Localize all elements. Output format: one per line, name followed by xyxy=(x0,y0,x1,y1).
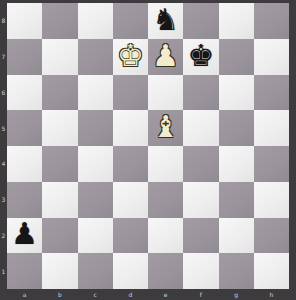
square-b5[interactable] xyxy=(42,110,77,146)
square-e6[interactable] xyxy=(148,75,183,111)
square-f4[interactable] xyxy=(183,146,218,182)
square-g7[interactable] xyxy=(219,39,254,75)
square-c2[interactable] xyxy=(78,218,113,254)
rank-label-3: 3 xyxy=(0,182,7,218)
square-f3[interactable] xyxy=(183,182,218,218)
square-e2[interactable] xyxy=(148,218,183,254)
square-c6[interactable] xyxy=(78,75,113,111)
square-f7[interactable]: ♚ xyxy=(183,39,218,75)
square-c4[interactable] xyxy=(78,146,113,182)
square-d2[interactable] xyxy=(113,218,148,254)
rank-label-2: 2 xyxy=(0,218,7,254)
square-g2[interactable] xyxy=(219,218,254,254)
piece-white-bishop[interactable]: ♝ xyxy=(152,112,179,142)
rank-label-6: 6 xyxy=(0,75,7,111)
square-a3[interactable] xyxy=(7,182,42,218)
square-d7[interactable]: ♚ xyxy=(113,39,148,75)
rank-label-7: 7 xyxy=(0,39,7,75)
square-h1[interactable] xyxy=(254,253,289,289)
file-label-e: e xyxy=(148,289,183,300)
square-g4[interactable] xyxy=(219,146,254,182)
rank-labels: 87654321 xyxy=(0,3,7,289)
square-a2[interactable]: ♟ xyxy=(7,218,42,254)
chess-board[interactable]: ♞♚♟♚♝♟ xyxy=(7,3,289,289)
square-h8[interactable] xyxy=(254,3,289,39)
square-f1[interactable] xyxy=(183,253,218,289)
square-d6[interactable] xyxy=(113,75,148,111)
square-b4[interactable] xyxy=(42,146,77,182)
square-g5[interactable] xyxy=(219,110,254,146)
rank-label-4: 4 xyxy=(0,146,7,182)
square-b6[interactable] xyxy=(42,75,77,111)
square-b1[interactable] xyxy=(42,253,77,289)
file-label-d: d xyxy=(113,289,148,300)
file-labels: abcdefgh xyxy=(7,289,289,300)
square-a6[interactable] xyxy=(7,75,42,111)
square-g8[interactable] xyxy=(219,3,254,39)
square-g3[interactable] xyxy=(219,182,254,218)
square-h5[interactable] xyxy=(254,110,289,146)
square-h4[interactable] xyxy=(254,146,289,182)
piece-black-pawn[interactable]: ♟ xyxy=(11,219,38,249)
square-h3[interactable] xyxy=(254,182,289,218)
square-g6[interactable] xyxy=(219,75,254,111)
file-label-b: b xyxy=(42,289,77,300)
square-a1[interactable] xyxy=(7,253,42,289)
square-e7[interactable]: ♟ xyxy=(148,39,183,75)
square-h7[interactable] xyxy=(254,39,289,75)
square-a7[interactable] xyxy=(7,39,42,75)
piece-white-king[interactable]: ♚ xyxy=(117,41,144,71)
square-b7[interactable] xyxy=(42,39,77,75)
rank-label-5: 5 xyxy=(0,110,7,146)
file-label-f: f xyxy=(183,289,218,300)
square-g1[interactable] xyxy=(219,253,254,289)
square-d3[interactable] xyxy=(113,182,148,218)
chess-board-frame: 87654321 ♞♚♟♚♝♟ abcdefgh xyxy=(0,0,296,300)
square-h2[interactable] xyxy=(254,218,289,254)
square-a4[interactable] xyxy=(7,146,42,182)
square-f8[interactable] xyxy=(183,3,218,39)
square-a8[interactable] xyxy=(7,3,42,39)
square-c8[interactable] xyxy=(78,3,113,39)
square-d4[interactable] xyxy=(113,146,148,182)
square-e8[interactable]: ♞ xyxy=(148,3,183,39)
square-c5[interactable] xyxy=(78,110,113,146)
square-c7[interactable] xyxy=(78,39,113,75)
piece-black-king[interactable]: ♚ xyxy=(187,41,214,71)
piece-black-knight[interactable]: ♞ xyxy=(152,5,179,35)
file-label-a: a xyxy=(7,289,42,300)
square-f2[interactable] xyxy=(183,218,218,254)
square-e1[interactable] xyxy=(148,253,183,289)
square-d5[interactable] xyxy=(113,110,148,146)
file-label-h: h xyxy=(254,289,289,300)
rank-label-8: 8 xyxy=(0,3,7,39)
square-e4[interactable] xyxy=(148,146,183,182)
file-label-g: g xyxy=(219,289,254,300)
rank-label-1: 1 xyxy=(0,253,7,289)
square-e3[interactable] xyxy=(148,182,183,218)
square-b8[interactable] xyxy=(42,3,77,39)
square-e5[interactable]: ♝ xyxy=(148,110,183,146)
square-d8[interactable] xyxy=(113,3,148,39)
square-d1[interactable] xyxy=(113,253,148,289)
square-c1[interactable] xyxy=(78,253,113,289)
square-f6[interactable] xyxy=(183,75,218,111)
square-a5[interactable] xyxy=(7,110,42,146)
square-f5[interactable] xyxy=(183,110,218,146)
square-b2[interactable] xyxy=(42,218,77,254)
square-c3[interactable] xyxy=(78,182,113,218)
file-label-c: c xyxy=(78,289,113,300)
square-h6[interactable] xyxy=(254,75,289,111)
square-b3[interactable] xyxy=(42,182,77,218)
piece-white-pawn[interactable]: ♟ xyxy=(152,41,179,71)
